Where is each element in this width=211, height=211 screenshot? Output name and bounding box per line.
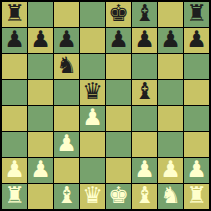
piece-black-bishop[interactable]: ♝ bbox=[134, 80, 155, 104]
square-a7[interactable]: ♟ bbox=[2, 28, 27, 53]
square-h5[interactable] bbox=[184, 80, 209, 105]
square-a3[interactable] bbox=[2, 132, 27, 157]
piece-white-rook[interactable]: ♜ bbox=[4, 184, 25, 208]
square-a2[interactable]: ♟ bbox=[2, 158, 27, 183]
square-d2[interactable] bbox=[80, 158, 105, 183]
square-c7[interactable]: ♟ bbox=[54, 28, 79, 53]
piece-white-pawn[interactable]: ♟ bbox=[134, 158, 155, 182]
square-d4[interactable]: ♟ bbox=[80, 106, 105, 131]
square-d7[interactable] bbox=[80, 28, 105, 53]
square-b5[interactable] bbox=[28, 80, 53, 105]
square-g6[interactable] bbox=[158, 54, 183, 79]
square-a4[interactable] bbox=[2, 106, 27, 131]
piece-black-pawn[interactable]: ♟ bbox=[4, 28, 25, 52]
piece-white-pawn[interactable]: ♟ bbox=[56, 132, 77, 156]
square-b7[interactable]: ♟ bbox=[28, 28, 53, 53]
square-d1[interactable]: ♛ bbox=[80, 184, 105, 209]
piece-black-pawn[interactable]: ♟ bbox=[186, 28, 207, 52]
square-c5[interactable] bbox=[54, 80, 79, 105]
square-h8[interactable]: ♜ bbox=[184, 2, 209, 27]
square-a1[interactable]: ♜ bbox=[2, 184, 27, 209]
piece-white-pawn[interactable]: ♟ bbox=[30, 158, 51, 182]
square-e6[interactable] bbox=[106, 54, 131, 79]
piece-black-pawn[interactable]: ♟ bbox=[160, 28, 181, 52]
piece-black-pawn[interactable]: ♟ bbox=[56, 28, 77, 52]
square-c4[interactable] bbox=[54, 106, 79, 131]
piece-white-pawn[interactable]: ♟ bbox=[4, 158, 25, 182]
square-f7[interactable]: ♟ bbox=[132, 28, 157, 53]
square-b3[interactable] bbox=[28, 132, 53, 157]
piece-black-pawn[interactable]: ♟ bbox=[108, 28, 129, 52]
square-c8[interactable] bbox=[54, 2, 79, 27]
square-a5[interactable] bbox=[2, 80, 27, 105]
square-b2[interactable]: ♟ bbox=[28, 158, 53, 183]
square-c2[interactable] bbox=[54, 158, 79, 183]
piece-white-bishop[interactable]: ♝ bbox=[56, 184, 77, 208]
square-h3[interactable] bbox=[184, 132, 209, 157]
piece-white-bishop[interactable]: ♝ bbox=[134, 184, 155, 208]
square-h4[interactable] bbox=[184, 106, 209, 131]
square-g1[interactable]: ♞ bbox=[158, 184, 183, 209]
square-f4[interactable] bbox=[132, 106, 157, 131]
square-e1[interactable]: ♚ bbox=[106, 184, 131, 209]
piece-black-king[interactable]: ♚ bbox=[108, 2, 129, 26]
piece-black-pawn[interactable]: ♟ bbox=[30, 28, 51, 52]
square-g5[interactable] bbox=[158, 80, 183, 105]
square-a6[interactable] bbox=[2, 54, 27, 79]
square-g3[interactable] bbox=[158, 132, 183, 157]
square-g4[interactable] bbox=[158, 106, 183, 131]
square-b8[interactable] bbox=[28, 2, 53, 27]
square-g8[interactable] bbox=[158, 2, 183, 27]
square-f8[interactable]: ♝ bbox=[132, 2, 157, 27]
piece-black-queen[interactable]: ♛ bbox=[82, 80, 103, 104]
square-e7[interactable]: ♟ bbox=[106, 28, 131, 53]
square-b6[interactable] bbox=[28, 54, 53, 79]
piece-white-queen[interactable]: ♛ bbox=[82, 184, 103, 208]
square-f1[interactable]: ♝ bbox=[132, 184, 157, 209]
piece-white-pawn[interactable]: ♟ bbox=[186, 158, 207, 182]
chess-board: ♜♚♝♜♟♟♟♟♟♟♟♞♛♝♟♟♟♟♟♟♟♜♝♛♚♝♞♜ bbox=[0, 0, 211, 211]
square-e5[interactable] bbox=[106, 80, 131, 105]
piece-white-rook[interactable]: ♜ bbox=[186, 184, 207, 208]
square-e2[interactable] bbox=[106, 158, 131, 183]
square-f2[interactable]: ♟ bbox=[132, 158, 157, 183]
piece-black-rook[interactable]: ♜ bbox=[186, 2, 207, 26]
piece-white-pawn[interactable]: ♟ bbox=[160, 158, 181, 182]
square-e4[interactable] bbox=[106, 106, 131, 131]
square-c3[interactable]: ♟ bbox=[54, 132, 79, 157]
square-g7[interactable]: ♟ bbox=[158, 28, 183, 53]
square-f6[interactable] bbox=[132, 54, 157, 79]
square-e8[interactable]: ♚ bbox=[106, 2, 131, 27]
square-h7[interactable]: ♟ bbox=[184, 28, 209, 53]
square-c6[interactable]: ♞ bbox=[54, 54, 79, 79]
square-c1[interactable]: ♝ bbox=[54, 184, 79, 209]
piece-white-king[interactable]: ♚ bbox=[108, 184, 129, 208]
square-e3[interactable] bbox=[106, 132, 131, 157]
square-h1[interactable]: ♜ bbox=[184, 184, 209, 209]
square-h6[interactable] bbox=[184, 54, 209, 79]
piece-black-rook[interactable]: ♜ bbox=[4, 2, 25, 26]
square-d8[interactable] bbox=[80, 2, 105, 27]
square-g2[interactable]: ♟ bbox=[158, 158, 183, 183]
square-b1[interactable] bbox=[28, 184, 53, 209]
square-f5[interactable]: ♝ bbox=[132, 80, 157, 105]
piece-black-knight[interactable]: ♞ bbox=[56, 54, 77, 78]
piece-white-knight[interactable]: ♞ bbox=[160, 184, 181, 208]
square-h2[interactable]: ♟ bbox=[184, 158, 209, 183]
piece-white-pawn[interactable]: ♟ bbox=[82, 106, 103, 130]
square-d6[interactable] bbox=[80, 54, 105, 79]
piece-black-pawn[interactable]: ♟ bbox=[134, 28, 155, 52]
square-d5[interactable]: ♛ bbox=[80, 80, 105, 105]
square-d3[interactable] bbox=[80, 132, 105, 157]
square-a8[interactable]: ♜ bbox=[2, 2, 27, 27]
square-b4[interactable] bbox=[28, 106, 53, 131]
square-f3[interactable] bbox=[132, 132, 157, 157]
piece-black-bishop[interactable]: ♝ bbox=[134, 2, 155, 26]
